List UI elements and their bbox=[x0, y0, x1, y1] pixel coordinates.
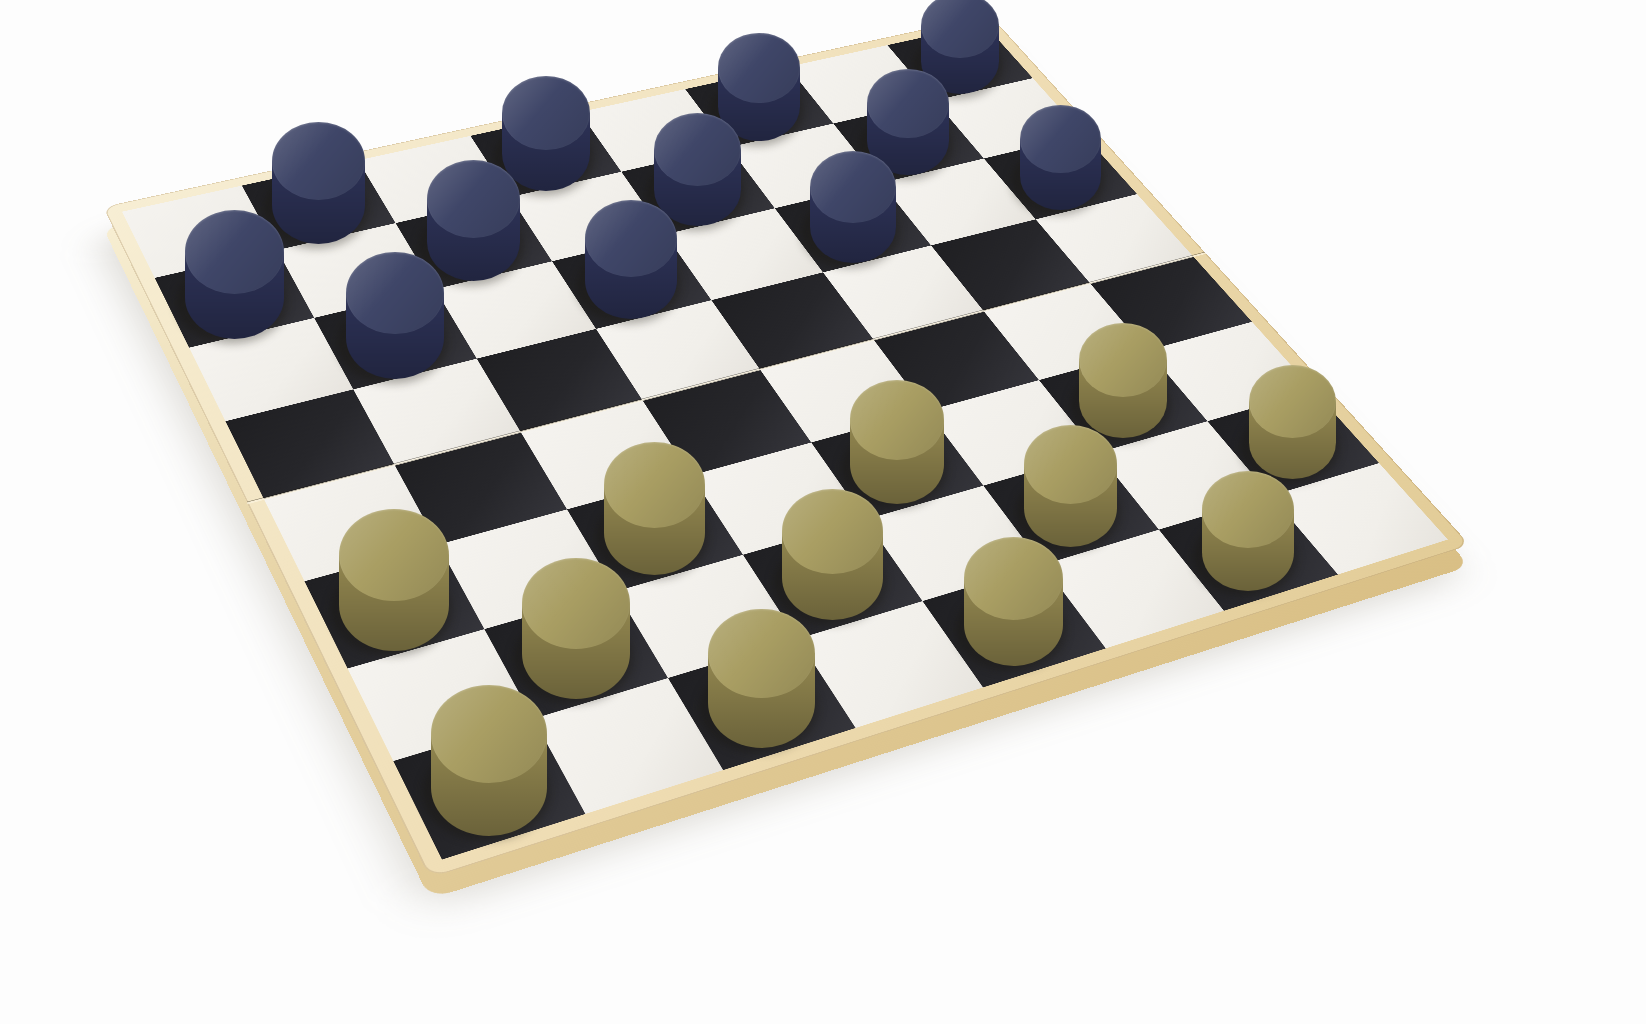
navy-checker-c3r2 bbox=[585, 200, 677, 319]
gold-checker-c4r7 bbox=[964, 537, 1063, 666]
gold-checker-c2r5 bbox=[604, 442, 706, 574]
piece-top-face bbox=[1020, 105, 1101, 173]
piece-top-face bbox=[718, 33, 801, 102]
piece-top-face bbox=[604, 442, 706, 527]
piece-top-face bbox=[346, 252, 444, 334]
piece-top-face bbox=[1202, 471, 1294, 549]
piece-top-face bbox=[867, 69, 949, 138]
piece-top-face bbox=[585, 200, 677, 277]
piece-top-face bbox=[431, 685, 547, 782]
navy-checker-c7r2 bbox=[1020, 105, 1101, 210]
navy-checker-c5r2 bbox=[810, 151, 896, 263]
piece-top-face bbox=[850, 380, 945, 460]
navy-checker-c1r2 bbox=[346, 252, 444, 380]
navy-checker-c0r1 bbox=[185, 210, 284, 339]
gold-checker-c4r5 bbox=[850, 380, 945, 503]
piece-top-face bbox=[522, 558, 630, 649]
piece-top-face bbox=[964, 537, 1063, 620]
piece-top-face bbox=[1079, 323, 1167, 397]
piece-top-face bbox=[654, 113, 741, 186]
gold-checker-c6r5 bbox=[1079, 323, 1167, 438]
checkers-board-photo bbox=[0, 0, 1646, 1024]
piece-top-face bbox=[502, 76, 590, 150]
gold-checker-c6r7 bbox=[1202, 471, 1294, 591]
piece-top-face bbox=[708, 609, 815, 699]
piece-top-face bbox=[810, 151, 896, 223]
gold-checker-c0r7 bbox=[431, 685, 547, 836]
gold-checker-c0r5 bbox=[339, 509, 449, 652]
gold-checker-c1r6 bbox=[522, 558, 630, 699]
pieces-layer bbox=[0, 0, 1646, 1024]
gold-checker-c7r6 bbox=[1249, 365, 1336, 479]
piece-top-face bbox=[782, 489, 883, 573]
navy-checker-c1r0 bbox=[272, 122, 366, 244]
gold-checker-c5r6 bbox=[1024, 425, 1118, 547]
gold-checker-c3r6 bbox=[782, 489, 883, 620]
piece-top-face bbox=[272, 122, 366, 201]
piece-top-face bbox=[427, 160, 520, 238]
gold-checker-c2r7 bbox=[708, 609, 815, 748]
piece-top-face bbox=[1024, 425, 1118, 504]
piece-top-face bbox=[339, 509, 449, 601]
piece-top-face bbox=[185, 210, 284, 293]
